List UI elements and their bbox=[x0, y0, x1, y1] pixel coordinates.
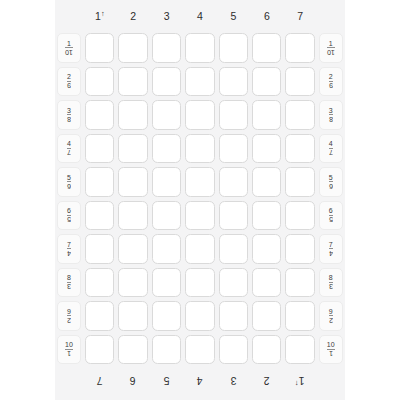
board-cell[interactable] bbox=[185, 268, 214, 298]
row-number-fraction: 38 bbox=[329, 107, 333, 123]
column-number: 4 bbox=[197, 376, 203, 388]
row-number-far-rotated: 6 bbox=[67, 183, 71, 190]
column-number: 6 bbox=[130, 376, 136, 388]
column-header: 1↑ bbox=[85, 2, 114, 29]
board-cell[interactable] bbox=[285, 301, 314, 331]
row-number-fraction: 101 bbox=[327, 341, 335, 357]
row-label-left: 92 bbox=[57, 301, 81, 331]
row-number-far-rotated: 7 bbox=[67, 149, 71, 156]
row-label-right: 92 bbox=[319, 301, 343, 331]
row-number-near: 8 bbox=[329, 274, 333, 281]
row-number-near: 8 bbox=[67, 274, 71, 281]
board-cell[interactable] bbox=[118, 100, 147, 130]
board-cell[interactable] bbox=[118, 234, 147, 264]
board-cell[interactable] bbox=[219, 201, 248, 231]
column-footer-rotated: 1↑ bbox=[285, 368, 314, 395]
board-cell[interactable] bbox=[85, 268, 114, 298]
board-cell[interactable] bbox=[185, 134, 214, 164]
corner-top-right bbox=[319, 2, 343, 29]
board-cell[interactable] bbox=[85, 301, 114, 331]
row-number-far-rotated: 4 bbox=[67, 250, 71, 257]
row-number-near: 2 bbox=[67, 73, 71, 80]
board-cell[interactable] bbox=[219, 33, 248, 63]
board-cell[interactable] bbox=[85, 335, 114, 365]
row-label-left: 110 bbox=[57, 33, 81, 63]
row-number-far-rotated: 7 bbox=[329, 149, 333, 156]
row-number-far-rotated: 3 bbox=[329, 283, 333, 290]
row-label-left: 74 bbox=[57, 234, 81, 264]
row-number-far-rotated: 10 bbox=[327, 49, 335, 56]
row-number-near: 1 bbox=[67, 40, 71, 47]
board-cell[interactable] bbox=[85, 201, 114, 231]
board-cell[interactable] bbox=[118, 33, 147, 63]
row-number-near: 2 bbox=[329, 73, 333, 80]
row-number-far-rotated: 2 bbox=[67, 317, 71, 324]
row-number-far-rotated: 9 bbox=[67, 82, 71, 89]
board-cell[interactable] bbox=[285, 201, 314, 231]
row-number-near: 10 bbox=[327, 341, 335, 348]
board-cell[interactable] bbox=[219, 100, 248, 130]
board-cell[interactable] bbox=[219, 335, 248, 365]
board-cell[interactable] bbox=[152, 100, 181, 130]
row-number-fraction: 110 bbox=[65, 40, 73, 56]
row-number-near: 9 bbox=[67, 308, 71, 315]
row-number-fraction: 65 bbox=[329, 207, 333, 223]
row-number-fraction: 110 bbox=[327, 40, 335, 56]
row-label-left: 65 bbox=[57, 201, 81, 231]
board-cell[interactable] bbox=[118, 335, 147, 365]
board-cell[interactable] bbox=[219, 268, 248, 298]
row-number-near: 1 bbox=[329, 40, 333, 47]
board-cell[interactable] bbox=[285, 134, 314, 164]
column-number: 4 bbox=[197, 10, 203, 22]
board-cell[interactable] bbox=[252, 268, 281, 298]
board-cell[interactable] bbox=[285, 33, 314, 63]
row-label-right: 56 bbox=[319, 167, 343, 197]
row-number-far-rotated: 1 bbox=[67, 350, 71, 357]
board-cell[interactable] bbox=[219, 301, 248, 331]
board-cell[interactable] bbox=[285, 335, 314, 365]
column-header: 2 bbox=[118, 2, 147, 29]
row-number-fraction: 92 bbox=[67, 308, 71, 324]
row-number-fraction: 83 bbox=[67, 274, 71, 290]
column-number: 1 bbox=[95, 10, 101, 22]
row-number-near: 3 bbox=[67, 107, 71, 114]
row-number-fraction: 56 bbox=[67, 174, 71, 190]
row-label-right: 83 bbox=[319, 268, 343, 298]
column-footer-rotated: 6 bbox=[118, 368, 147, 395]
board-cell[interactable] bbox=[118, 167, 147, 197]
board-cell[interactable] bbox=[152, 268, 181, 298]
column-number: 6 bbox=[264, 10, 270, 22]
column-number: 5 bbox=[230, 10, 236, 22]
board-panel: 1↑23456711011029293838474756566565747483… bbox=[55, 0, 345, 400]
row-label-left: 29 bbox=[57, 67, 81, 97]
row-number-near: 4 bbox=[67, 140, 71, 147]
board-grid: 1↑23456711011029293838474756566565747483… bbox=[55, 0, 345, 395]
board-cell[interactable] bbox=[185, 201, 214, 231]
board-cell[interactable] bbox=[252, 234, 281, 264]
row-number-far-rotated: 3 bbox=[67, 283, 71, 290]
row-label-left: 101 bbox=[57, 335, 81, 365]
up-arrow-icon: ↑ bbox=[101, 9, 104, 18]
row-number-near: 5 bbox=[67, 174, 71, 181]
row-number-near: 6 bbox=[67, 207, 71, 214]
board-cell[interactable] bbox=[85, 134, 114, 164]
row-label-left: 83 bbox=[57, 268, 81, 298]
row-number-near: 9 bbox=[329, 308, 333, 315]
column-number: 2 bbox=[264, 376, 270, 388]
board-cell[interactable] bbox=[152, 67, 181, 97]
row-number-near: 4 bbox=[329, 140, 333, 147]
board-cell[interactable] bbox=[152, 33, 181, 63]
row-number-fraction: 83 bbox=[329, 274, 333, 290]
row-number-near: 5 bbox=[329, 174, 333, 181]
board-cell[interactable] bbox=[219, 67, 248, 97]
row-label-left: 47 bbox=[57, 134, 81, 164]
board-cell[interactable] bbox=[118, 301, 147, 331]
column-number: 3 bbox=[164, 10, 170, 22]
row-label-right: 74 bbox=[319, 234, 343, 264]
row-number-far-rotated: 5 bbox=[329, 216, 333, 223]
board-cell[interactable] bbox=[152, 301, 181, 331]
row-number-near: 3 bbox=[329, 107, 333, 114]
board-cell[interactable] bbox=[252, 134, 281, 164]
board-cell[interactable] bbox=[185, 100, 214, 130]
row-number-far-rotated: 1 bbox=[329, 350, 333, 357]
board-cell[interactable] bbox=[219, 167, 248, 197]
column-number: 7 bbox=[97, 376, 103, 388]
column-footer-rotated: 4 bbox=[185, 368, 214, 395]
row-number-far-rotated: 2 bbox=[329, 317, 333, 324]
row-number-far-rotated: 8 bbox=[329, 116, 333, 123]
row-number-fraction: 29 bbox=[329, 73, 333, 89]
row-number-fraction: 101 bbox=[65, 341, 73, 357]
column-number: 3 bbox=[230, 376, 236, 388]
column-number: 5 bbox=[164, 376, 170, 388]
board-cell[interactable] bbox=[285, 67, 314, 97]
board-cell[interactable] bbox=[185, 167, 214, 197]
board-cell[interactable] bbox=[85, 167, 114, 197]
board-cell[interactable] bbox=[185, 335, 214, 365]
board-cell[interactable] bbox=[152, 167, 181, 197]
column-footer-rotated: 5 bbox=[152, 368, 181, 395]
board-cell[interactable] bbox=[185, 33, 214, 63]
row-number-fraction: 74 bbox=[329, 241, 333, 257]
board-cell[interactable] bbox=[85, 234, 114, 264]
row-label-left: 56 bbox=[57, 167, 81, 197]
row-number-far-rotated: 6 bbox=[329, 183, 333, 190]
board-cell[interactable] bbox=[185, 234, 214, 264]
board-cell[interactable] bbox=[219, 134, 248, 164]
row-label-right: 47 bbox=[319, 134, 343, 164]
board-cell[interactable] bbox=[118, 201, 147, 231]
row-number-near: 7 bbox=[329, 241, 333, 248]
row-number-fraction: 38 bbox=[67, 107, 71, 123]
board-cell[interactable] bbox=[285, 100, 314, 130]
board-cell[interactable] bbox=[152, 201, 181, 231]
row-label-right: 110 bbox=[319, 33, 343, 63]
corner-top-left bbox=[57, 2, 81, 29]
board-cell[interactable] bbox=[185, 301, 214, 331]
row-number-fraction: 92 bbox=[329, 308, 333, 324]
board-cell[interactable] bbox=[252, 100, 281, 130]
row-number-fraction: 47 bbox=[67, 140, 71, 156]
column-number: 1 bbox=[299, 376, 305, 388]
column-number: 7 bbox=[297, 10, 303, 22]
row-number-far-rotated: 8 bbox=[67, 116, 71, 123]
column-footer-rotated: 7 bbox=[85, 368, 114, 395]
row-number-far-rotated: 5 bbox=[67, 216, 71, 223]
column-header: 7 bbox=[285, 2, 314, 29]
row-number-fraction: 29 bbox=[67, 73, 71, 89]
board-cell[interactable] bbox=[118, 268, 147, 298]
row-number-far-rotated: 9 bbox=[329, 82, 333, 89]
column-footer-rotated: 3 bbox=[219, 368, 248, 395]
board-cell[interactable] bbox=[252, 67, 281, 97]
column-header: 4 bbox=[185, 2, 214, 29]
row-number-fraction: 47 bbox=[329, 140, 333, 156]
board-cell[interactable] bbox=[252, 201, 281, 231]
column-header: 3 bbox=[152, 2, 181, 29]
board-cell[interactable] bbox=[219, 234, 248, 264]
board-cell[interactable] bbox=[185, 67, 214, 97]
row-number-near: 10 bbox=[65, 341, 73, 348]
row-number-near: 6 bbox=[329, 207, 333, 214]
column-footer-rotated: 2 bbox=[252, 368, 281, 395]
row-number-near: 7 bbox=[67, 241, 71, 248]
corner-bottom-right bbox=[319, 368, 343, 395]
board-cell[interactable] bbox=[118, 67, 147, 97]
board-cell[interactable] bbox=[285, 268, 314, 298]
row-number-fraction: 65 bbox=[67, 207, 71, 223]
corner-bottom-left bbox=[57, 368, 81, 395]
board-cell[interactable] bbox=[85, 100, 114, 130]
row-number-fraction: 56 bbox=[329, 174, 333, 190]
board-cell[interactable] bbox=[285, 167, 314, 197]
board-cell[interactable] bbox=[252, 301, 281, 331]
column-number: 2 bbox=[130, 10, 136, 22]
board-cell[interactable] bbox=[152, 134, 181, 164]
board-cell[interactable] bbox=[85, 33, 114, 63]
board-cell[interactable] bbox=[285, 234, 314, 264]
row-label-left: 38 bbox=[57, 100, 81, 130]
board-cell[interactable] bbox=[118, 134, 147, 164]
row-label-right: 101 bbox=[319, 335, 343, 365]
row-label-right: 38 bbox=[319, 100, 343, 130]
up-arrow-icon: ↑ bbox=[295, 379, 298, 388]
row-label-right: 29 bbox=[319, 67, 343, 97]
board-cell[interactable] bbox=[252, 167, 281, 197]
board-cell[interactable] bbox=[252, 33, 281, 63]
row-number-far-rotated: 4 bbox=[329, 250, 333, 257]
board-cell[interactable] bbox=[252, 335, 281, 365]
row-number-fraction: 74 bbox=[67, 241, 71, 257]
column-header: 5 bbox=[219, 2, 248, 29]
board-cell[interactable] bbox=[152, 234, 181, 264]
board-cell[interactable] bbox=[152, 335, 181, 365]
row-number-far-rotated: 10 bbox=[65, 49, 73, 56]
column-header: 6 bbox=[252, 2, 281, 29]
board-cell[interactable] bbox=[85, 67, 114, 97]
row-label-right: 65 bbox=[319, 201, 343, 231]
